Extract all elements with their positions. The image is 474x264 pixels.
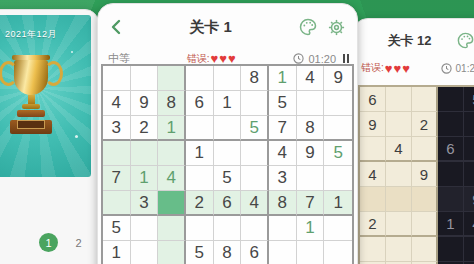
- cell-r4c3[interactable]: [158, 141, 186, 166]
- r12-cell-r6c4[interactable]: 1: [438, 212, 464, 237]
- cell-r2c1[interactable]: 4: [103, 91, 131, 116]
- cell-r1c7[interactable]: 1: [269, 66, 297, 91]
- pause-button[interactable]: [343, 54, 349, 63]
- cell-r8c4[interactable]: 5: [186, 241, 214, 264]
- r12-cell-r4c4[interactable]: [438, 162, 464, 187]
- cell-r5c6[interactable]: [241, 166, 269, 191]
- cell-r7c6[interactable]: [241, 216, 269, 241]
- cell-r1c1[interactable]: [103, 66, 131, 91]
- cell-r1c9[interactable]: 9: [324, 66, 352, 91]
- cell-r3c9[interactable]: [324, 116, 352, 141]
- r12-cell-r4c1[interactable]: 4: [360, 162, 386, 187]
- hearts-icon: ♥♥♥: [385, 62, 411, 75]
- cell-r4c5[interactable]: [214, 141, 242, 166]
- r12-cell-r1c5[interactable]: 5: [464, 87, 474, 112]
- cell-r5c4[interactable]: [186, 166, 214, 191]
- cell-r8c2[interactable]: [131, 241, 159, 264]
- app-screenshot-stage: 2021年12月 1 2: [0, 0, 474, 264]
- cell-r1c8[interactable]: 4: [297, 66, 325, 91]
- r12-cell-r5c1[interactable]: [360, 187, 386, 212]
- cell-r4c1[interactable]: [103, 141, 131, 166]
- clock-icon: [293, 53, 304, 64]
- r12-cell-r6c1[interactable]: 2: [360, 212, 386, 237]
- month-label: 2021年12月: [0, 28, 91, 41]
- sudoku-board-level-12: 65924649921431: [358, 85, 474, 264]
- gear-icon[interactable]: [327, 18, 346, 37]
- cell-r8c7[interactable]: [269, 241, 297, 264]
- r12-cell-r7c1[interactable]: [360, 237, 386, 262]
- r12-cell-r7c5[interactable]: [464, 237, 474, 262]
- cell-r4c2[interactable]: [131, 141, 159, 166]
- level-1-screen: 关卡 1 中等 错误: ♥♥♥: [97, 3, 358, 264]
- r12-cell-r1c1[interactable]: 6: [360, 87, 386, 112]
- cell-r3c6[interactable]: 5: [241, 116, 269, 141]
- cell-r1c6[interactable]: 8: [241, 66, 269, 91]
- cell-r7c9[interactable]: [324, 216, 352, 241]
- cell-r8c6[interactable]: 6: [241, 241, 269, 264]
- header-bar: 关卡 12: [363, 31, 474, 50]
- sudoku-board-level-1: 81494986153215781495714533264871511586: [101, 64, 354, 264]
- r12-cell-r2c4[interactable]: [438, 112, 464, 137]
- page-dot-1[interactable]: 1: [39, 233, 58, 252]
- cell-r2c4[interactable]: 6: [186, 91, 214, 116]
- r12-cell-r1c4[interactable]: [438, 87, 464, 112]
- gold-trophy-icon: [0, 55, 64, 165]
- r12-cell-r3c3[interactable]: [412, 137, 438, 162]
- page-indicator: 1 2: [39, 233, 88, 252]
- r12-cell-r7c4[interactable]: [438, 237, 464, 262]
- cell-r1c4[interactable]: [186, 66, 214, 91]
- cell-r3c2[interactable]: 2: [131, 116, 159, 141]
- cell-r1c3[interactable]: [158, 66, 186, 91]
- sparkle-icon: [75, 135, 78, 138]
- palette-icon[interactable]: [298, 17, 318, 37]
- cell-r7c2[interactable]: [131, 216, 159, 241]
- cell-r4c4[interactable]: 1: [186, 141, 214, 166]
- sparkle-icon: [71, 51, 73, 53]
- cell-r7c4[interactable]: [186, 216, 214, 241]
- monthly-trophy-card: 2021年12月: [0, 15, 91, 177]
- r12-cell-r6c5[interactable]: 4: [464, 212, 474, 237]
- cell-r5c8[interactable]: [297, 166, 325, 191]
- cell-r2c9[interactable]: [324, 91, 352, 116]
- cell-r3c8[interactable]: 8: [297, 116, 325, 141]
- clock-icon: [441, 63, 452, 74]
- cell-r2c2[interactable]: 9: [131, 91, 159, 116]
- page-title: 关卡 1: [123, 18, 298, 37]
- palette-icon[interactable]: [456, 31, 474, 50]
- cell-r6c5[interactable]: 6: [214, 191, 242, 216]
- cell-r2c5[interactable]: 1: [214, 91, 242, 116]
- cell-r1c2[interactable]: [131, 66, 159, 91]
- errors-indicator: 错误: ♥♥♥: [361, 61, 411, 75]
- page-title: 关卡 12: [363, 32, 456, 50]
- cell-r1c5[interactable]: [214, 66, 242, 91]
- cell-r8c5[interactable]: 8: [214, 241, 242, 264]
- cell-r6c3[interactable]: [158, 191, 186, 216]
- r12-cell-r1c3[interactable]: [412, 87, 438, 112]
- cell-r2c8[interactable]: [297, 91, 325, 116]
- r12-cell-r2c3[interactable]: 2: [412, 112, 438, 137]
- r12-cell-r3c1[interactable]: [360, 137, 386, 162]
- cell-r5c7[interactable]: 3: [269, 166, 297, 191]
- cell-r3c7[interactable]: 7: [269, 116, 297, 141]
- r12-cell-r4c3[interactable]: 9: [412, 162, 438, 187]
- cell-r7c3[interactable]: [158, 216, 186, 241]
- cell-r2c7[interactable]: 5: [269, 91, 297, 116]
- level-12-screen: 关卡 12 错误: ♥♥♥ 01:2 65924649921431: [352, 18, 474, 264]
- cell-r6c8[interactable]: 7: [297, 191, 325, 216]
- r12-cell-r1c2[interactable]: [386, 87, 412, 112]
- r12-cell-r3c4[interactable]: 6: [438, 137, 464, 162]
- cell-r5c5[interactable]: 5: [214, 166, 242, 191]
- r12-cell-r4c5[interactable]: [464, 162, 474, 187]
- cell-r5c1[interactable]: 7: [103, 166, 131, 191]
- r12-cell-r5c2[interactable]: [386, 187, 412, 212]
- trophy-screen: 2021年12月 1 2: [0, 9, 99, 264]
- status-bar: 错误: ♥♥♥ 01:2: [361, 61, 474, 75]
- cell-r6c9[interactable]: 1: [324, 191, 352, 216]
- cell-r4c9[interactable]: 5: [324, 141, 352, 166]
- cell-r2c3[interactable]: 8: [158, 91, 186, 116]
- cell-r7c5[interactable]: [214, 216, 242, 241]
- page-dot-2[interactable]: 2: [69, 233, 88, 252]
- cell-r4c7[interactable]: 4: [269, 141, 297, 166]
- cell-r7c8[interactable]: 1: [297, 216, 325, 241]
- cell-r6c1[interactable]: [103, 191, 131, 216]
- r12-cell-r5c3[interactable]: [412, 187, 438, 212]
- cell-r8c9[interactable]: [324, 241, 352, 264]
- cell-r8c1[interactable]: 1: [103, 241, 131, 264]
- r12-cell-r5c5[interactable]: 9: [464, 187, 474, 212]
- r12-cell-r4c2[interactable]: [386, 162, 412, 187]
- cell-r4c6[interactable]: [241, 141, 269, 166]
- header-bar: 关卡 1: [109, 12, 346, 42]
- time-value: 01:20: [308, 53, 336, 65]
- cell-r8c8[interactable]: [297, 241, 325, 264]
- r12-cell-r2c1[interactable]: 9: [360, 112, 386, 137]
- timer: 01:2: [441, 63, 474, 74]
- r12-cell-r5c4[interactable]: [438, 187, 464, 212]
- cell-r5c9[interactable]: [324, 166, 352, 191]
- cell-r3c1[interactable]: 3: [103, 116, 131, 141]
- cell-r8c3[interactable]: [158, 241, 186, 264]
- cell-r7c1[interactable]: 5: [103, 216, 131, 241]
- cell-r4c8[interactable]: 9: [297, 141, 325, 166]
- cell-r5c3[interactable]: 4: [158, 166, 186, 191]
- timer: 01:20: [293, 53, 349, 65]
- cell-r3c4[interactable]: [186, 116, 214, 141]
- cell-r7c7[interactable]: [269, 216, 297, 241]
- errors-label: 错误:: [361, 61, 384, 75]
- cell-r3c5[interactable]: [214, 116, 242, 141]
- r12-cell-r7c2[interactable]: [386, 237, 412, 262]
- back-icon[interactable]: [109, 18, 123, 36]
- cell-r6c6[interactable]: 4: [241, 191, 269, 216]
- cell-r6c2[interactable]: 3: [131, 191, 159, 216]
- r12-cell-r2c5[interactable]: [464, 112, 474, 137]
- cell-r6c4[interactable]: 2: [186, 191, 214, 216]
- cell-r5c2[interactable]: 1: [131, 166, 159, 191]
- cell-r2c6[interactable]: [241, 91, 269, 116]
- r12-cell-r3c2[interactable]: 4: [386, 137, 412, 162]
- r12-cell-r6c3[interactable]: [412, 212, 438, 237]
- r12-cell-r3c5[interactable]: [464, 137, 474, 162]
- r12-cell-r2c2[interactable]: [386, 112, 412, 137]
- cell-r3c3[interactable]: 1: [158, 116, 186, 141]
- cell-r6c7[interactable]: 8: [269, 191, 297, 216]
- r12-cell-r7c3[interactable]: [412, 237, 438, 262]
- time-value: 01:2: [456, 63, 474, 74]
- r12-cell-r6c2[interactable]: [386, 212, 412, 237]
